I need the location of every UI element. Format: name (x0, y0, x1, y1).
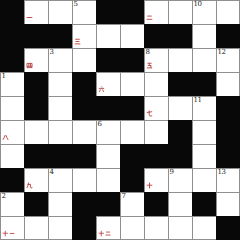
white-cell-r7-c2[interactable]: 4 (48, 168, 72, 192)
black-cell-r1-c9 (216, 24, 240, 48)
black-cell-r5-c7 (168, 120, 192, 144)
white-cell-r2-c8[interactable] (192, 48, 216, 72)
white-cell-r2-c9[interactable]: 12 (216, 48, 240, 72)
white-cell-r0-c7[interactable] (168, 0, 192, 24)
black-cell-r8-c8 (192, 192, 216, 216)
white-cell-r9-c2[interactable] (48, 216, 72, 240)
black-cell-r1-c6 (144, 24, 168, 48)
black-cell-r6-c6 (144, 144, 168, 168)
down-clue-number-4: 4 (50, 169, 54, 176)
white-cell-r8-c2[interactable] (48, 192, 72, 216)
white-cell-r4-c7[interactable] (168, 96, 192, 120)
white-cell-r8-c9[interactable] (216, 192, 240, 216)
down-clue-number-1: 1 (2, 73, 6, 80)
across-clue-label-六 (98, 86, 105, 93)
black-cell-r3-c1 (24, 72, 48, 96)
black-cell-r7-c0 (0, 168, 24, 192)
black-cell-r8-c1 (24, 192, 48, 216)
black-cell-r6-c9 (216, 144, 240, 168)
black-cell-r5-c9 (216, 120, 240, 144)
white-cell-r0-c6[interactable] (144, 0, 168, 24)
down-clue-number-13: 13 (218, 169, 226, 176)
white-cell-r4-c8[interactable]: 11 (192, 96, 216, 120)
black-cell-r1-c1 (24, 24, 48, 48)
across-clue-label-八 (2, 134, 9, 141)
white-cell-r2-c3[interactable] (72, 48, 96, 72)
black-cell-r6-c3 (72, 144, 96, 168)
black-cell-r2-c4 (96, 48, 120, 72)
white-cell-r6-c8[interactable] (192, 144, 216, 168)
black-cell-r0-c5 (120, 0, 144, 24)
black-cell-r6-c7 (168, 144, 192, 168)
black-cell-r4-c9 (216, 96, 240, 120)
white-cell-r2-c1[interactable] (24, 48, 48, 72)
white-cell-r5-c2[interactable] (48, 120, 72, 144)
crossword-board: 51038121116491327 (0, 0, 240, 240)
white-cell-r7-c7[interactable]: 9 (168, 168, 192, 192)
black-cell-r6-c5 (120, 144, 144, 168)
across-clue-label-十一 (2, 230, 15, 237)
white-cell-r2-c6[interactable]: 8 (144, 48, 168, 72)
white-cell-r9-c5[interactable] (120, 216, 144, 240)
white-cell-r1-c5[interactable] (120, 24, 144, 48)
white-cell-r2-c7[interactable] (168, 48, 192, 72)
white-cell-r7-c1[interactable] (24, 168, 48, 192)
white-cell-r5-c0[interactable] (0, 120, 24, 144)
down-clue-number-9: 9 (170, 169, 174, 176)
black-cell-r6-c1 (24, 144, 48, 168)
black-cell-r9-c9 (216, 216, 240, 240)
black-cell-r8-c6 (144, 192, 168, 216)
white-cell-r0-c9[interactable] (216, 0, 240, 24)
white-cell-r3-c2[interactable] (48, 72, 72, 96)
black-cell-r0-c4 (96, 0, 120, 24)
white-cell-r4-c6[interactable] (144, 96, 168, 120)
down-clue-number-8: 8 (146, 49, 150, 56)
white-cell-r7-c4[interactable] (96, 168, 120, 192)
white-cell-r5-c1[interactable] (24, 120, 48, 144)
down-clue-number-10: 10 (194, 1, 202, 8)
across-clue-label-二 (146, 14, 153, 21)
white-cell-r6-c0[interactable] (0, 144, 24, 168)
white-cell-r9-c7[interactable] (168, 216, 192, 240)
black-cell-r3-c3 (72, 72, 96, 96)
white-cell-r8-c7[interactable] (168, 192, 192, 216)
black-cell-r3-c8 (192, 72, 216, 96)
white-cell-r0-c8[interactable]: 10 (192, 0, 216, 24)
white-cell-r1-c3[interactable] (72, 24, 96, 48)
white-cell-r3-c5[interactable] (120, 72, 144, 96)
white-cell-r3-c0[interactable]: 1 (0, 72, 24, 96)
white-cell-r3-c4[interactable] (96, 72, 120, 96)
black-cell-r4-c3 (72, 96, 96, 120)
across-clue-label-五 (146, 62, 153, 69)
white-cell-r8-c0[interactable]: 2 (0, 192, 24, 216)
black-cell-r0-c0 (0, 0, 24, 24)
across-clue-label-三 (74, 38, 81, 45)
across-clue-label-十二 (98, 230, 111, 237)
white-cell-r5-c6[interactable] (144, 120, 168, 144)
white-cell-r0-c1[interactable] (24, 0, 48, 24)
white-cell-r5-c5[interactable] (120, 120, 144, 144)
white-cell-r9-c0[interactable] (0, 216, 24, 240)
down-clue-number-5: 5 (74, 1, 78, 8)
black-cell-r6-c2 (48, 144, 72, 168)
down-clue-number-11: 11 (194, 97, 202, 104)
down-clue-number-7: 7 (122, 193, 126, 200)
black-cell-r3-c7 (168, 72, 192, 96)
white-cell-r4-c0[interactable] (0, 96, 24, 120)
white-cell-r2-c2[interactable]: 3 (48, 48, 72, 72)
black-cell-r2-c0 (0, 48, 24, 72)
white-cell-r9-c8[interactable] (192, 216, 216, 240)
white-cell-r4-c2[interactable] (48, 96, 72, 120)
white-cell-r9-c6[interactable] (144, 216, 168, 240)
black-cell-r4-c1 (24, 96, 48, 120)
down-clue-number-6: 6 (98, 121, 102, 128)
white-cell-r8-c5[interactable]: 7 (120, 192, 144, 216)
white-cell-r5-c4[interactable]: 6 (96, 120, 120, 144)
white-cell-r0-c3[interactable]: 5 (72, 0, 96, 24)
black-cell-r7-c5 (120, 168, 144, 192)
black-cell-r4-c5 (120, 96, 144, 120)
across-clue-label-十 (146, 182, 153, 189)
white-cell-r1-c4[interactable] (96, 24, 120, 48)
white-cell-r7-c8[interactable] (192, 168, 216, 192)
black-cell-r8-c3 (72, 192, 96, 216)
black-cell-r2-c5 (120, 48, 144, 72)
black-cell-r8-c4 (96, 192, 120, 216)
down-clue-number-12: 12 (218, 49, 226, 56)
white-cell-r7-c6[interactable] (144, 168, 168, 192)
white-cell-r7-c9[interactable]: 13 (216, 168, 240, 192)
black-cell-r1-c7 (168, 24, 192, 48)
black-cell-r1-c0 (0, 24, 24, 48)
across-clue-label-九 (26, 182, 33, 189)
white-cell-r9-c1[interactable] (24, 216, 48, 240)
white-cell-r6-c4[interactable] (96, 144, 120, 168)
black-cell-r1-c2 (48, 24, 72, 48)
white-cell-r0-c2[interactable] (48, 0, 72, 24)
across-clue-label-七 (146, 110, 153, 117)
white-cell-r3-c6[interactable] (144, 72, 168, 96)
white-cell-r9-c4[interactable] (96, 216, 120, 240)
white-cell-r3-c9[interactable] (216, 72, 240, 96)
white-cell-r5-c8[interactable] (192, 120, 216, 144)
black-cell-r4-c4 (96, 96, 120, 120)
down-clue-number-3: 3 (50, 49, 54, 56)
across-clue-label-一 (26, 14, 33, 21)
white-cell-r7-c3[interactable] (72, 168, 96, 192)
white-cell-r1-c8[interactable] (192, 24, 216, 48)
across-clue-label-四 (26, 62, 33, 69)
black-cell-r9-c3 (72, 216, 96, 240)
down-clue-number-2: 2 (2, 193, 6, 200)
white-cell-r5-c3[interactable] (72, 120, 96, 144)
